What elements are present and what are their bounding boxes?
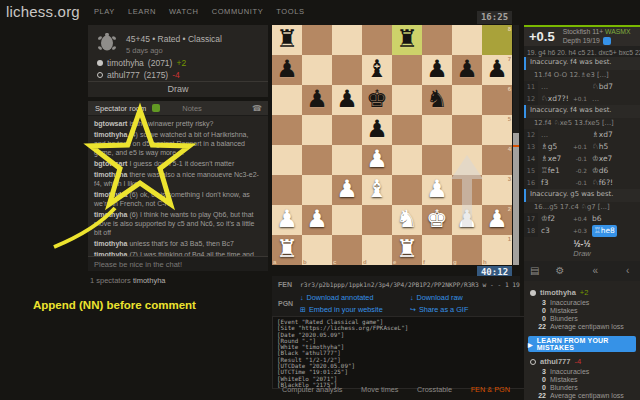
chat-username[interactable]: timothyha [94, 211, 129, 218]
move-list: Inaccuracy. f4 was best.11.f4 O-O 12.♗e3… [524, 57, 640, 237]
engine-tech: WASMX [605, 28, 630, 35]
chat-tabs: Spectator room Notes ☎ [88, 101, 268, 116]
coord-rank-8: 8 [508, 26, 511, 32]
coord-file-b: b [303, 259, 307, 265]
white-rating-diff: +2 [176, 58, 186, 68]
black-move-cell[interactable]: ♘bd7 [589, 81, 640, 93]
pgn-link-download-annotated[interactable]: ↓Download annotated [300, 293, 410, 302]
move-number: 13 [524, 141, 538, 153]
move-eval: +0.3 [573, 225, 587, 237]
black-pawn[interactable]: ♟ [422, 55, 452, 85]
black-move-cell[interactable]: ♘h5 [589, 141, 640, 153]
black-move-cell[interactable]: ♘f6?! [589, 177, 640, 189]
stat-number: 3 [530, 299, 546, 307]
principal-variation[interactable]: 19. g4 h6 20. h4 c5 21. dxc5+ bxc5 22. b… [524, 46, 640, 57]
engine-info: Stockfish 11+ WASMX Depth 19/19 [563, 28, 631, 45]
white-pawn[interactable]: ♟ [272, 205, 302, 235]
black-stat-blunders: 0Blunders [530, 384, 640, 392]
white-move-cell[interactable]: ♖fe1-0.2 [538, 165, 589, 177]
cloud-analysis-icon[interactable] [603, 37, 611, 45]
square-c4[interactable] [332, 145, 362, 175]
black-move-cell[interactable]: ♖he8 [589, 225, 640, 237]
white-pawn[interactable]: ♟ [302, 205, 332, 235]
black-king[interactable]: ♚ [362, 85, 392, 115]
white-move[interactable]: ♘xd7?! [541, 93, 569, 105]
learn-from-mistakes-label: LEARN FROM YOUR MISTAKES [537, 337, 636, 351]
fen-pgn-panel: FEN r3r3/p2b1ppp/1ppk1n2/3p4/3P4/2PB1P2/… [272, 276, 520, 384]
tab-spectator-room[interactable]: Spectator room [95, 104, 146, 113]
square-g3[interactable] [452, 175, 482, 205]
coord-rank-4: 4 [508, 146, 511, 152]
square-g1[interactable]: g [452, 235, 482, 265]
square-g5[interactable] [452, 115, 482, 145]
eval-gauge-white-fill [513, 133, 519, 265]
white-move[interactable]: ♗g5 [541, 141, 557, 153]
move-row: 14♗xe7-0.1♔xe7 [524, 153, 640, 165]
black-pawn[interactable]: ♟ [452, 55, 482, 85]
tab-fen-pgn[interactable]: FEN & PGN [471, 385, 510, 394]
white-move[interactable]: ... [541, 129, 548, 141]
move-eval: -0.1 [576, 153, 587, 165]
move-row: 11...♘bd7 [524, 81, 640, 93]
white-move-cell[interactable]: ♔f2+0.4 [538, 213, 589, 225]
square-h8[interactable]: 8 [482, 25, 512, 55]
skip-first-icon[interactable]: « [592, 261, 598, 281]
square-c1[interactable]: c [332, 235, 362, 265]
square-c7[interactable] [332, 55, 362, 85]
stat-label: Mistakes [550, 376, 640, 384]
move-eval: +0.4 [573, 213, 587, 225]
white-move-cell[interactable]: ... [538, 81, 589, 93]
move-number: 14 [524, 153, 538, 165]
tab-notes[interactable]: Notes [182, 104, 202, 113]
black-pawn[interactable]: ♟ [332, 85, 362, 115]
chat-panel: Spectator room Notes ☎ bgtowsart is the … [88, 101, 268, 271]
black-move-cell[interactable]: b6 [589, 213, 640, 225]
pgn-text[interactable]: [Event "Rated Classical game"][Site "htt… [272, 316, 528, 389]
engine-name: Stockfish 11+ [563, 28, 604, 35]
square-h4[interactable]: 4 [482, 145, 512, 175]
square-a2[interactable]: ♟ [272, 205, 302, 235]
square-e6[interactable] [392, 85, 422, 115]
move-row: 18c3+0.3♖he8 [524, 225, 640, 237]
square-f2[interactable]: ♚ [422, 205, 452, 235]
stat-number: 0 [530, 376, 546, 384]
coord-file-e: e [393, 259, 396, 265]
square-a7[interactable]: ♟ [272, 55, 302, 85]
eval-gauge-zero-mark [513, 145, 519, 147]
chat-message: timothyha unless that's for a3 Ba5, then… [94, 239, 262, 248]
stat-label: Blunders [550, 384, 640, 392]
tab-crosstable[interactable]: Crosstable [417, 385, 452, 394]
pgn-link-embed-in-your-website[interactable]: ⊞Embed in your website [300, 305, 410, 314]
white-player-name: timothyha [107, 58, 144, 68]
stat-label: Mistakes [550, 307, 640, 315]
computer-analysis-summary: timothyha +2 3Inaccuracies0Mistakes0Blun… [524, 281, 640, 400]
nav-item-tools[interactable]: TOOLS [276, 7, 304, 16]
white-rook[interactable]: ♜ [392, 235, 422, 265]
square-a1[interactable]: ♜a [272, 235, 302, 265]
square-f1[interactable]: f [422, 235, 452, 265]
analysis-controls: ▤⚙«‹› [524, 261, 640, 281]
square-d7[interactable]: ♝ [362, 55, 392, 85]
player-white-row[interactable]: timothyha (2071) +2 [97, 58, 186, 68]
square-f3[interactable]: ♟ [422, 175, 452, 205]
eval-gauge [513, 25, 519, 265]
black-move[interactable]: ♘h5 [592, 141, 608, 153]
game-date: 5 days ago [126, 46, 163, 55]
square-h1[interactable]: h1 [482, 235, 512, 265]
chat-username[interactable]: bgtowsart [94, 120, 129, 127]
lichess-analysis-page: lichess.org PLAYLEARNWATCHCOMMUNITYTOOLS… [0, 0, 640, 400]
share-icon: ↪ [410, 306, 416, 313]
coord-rank-7: 7 [508, 56, 511, 62]
square-b3[interactable] [302, 175, 332, 205]
square-g4[interactable] [452, 145, 482, 175]
chat-toggle[interactable] [152, 104, 160, 112]
nav-item-learn[interactable]: LEARN [128, 7, 156, 16]
white-color-icon [530, 290, 536, 296]
result-score: ½-½ [524, 239, 640, 249]
chat-username[interactable]: timothyha [94, 191, 129, 198]
coord-rank-2: 2 [508, 206, 511, 212]
white-move[interactable]: ♗xe7 [541, 153, 561, 165]
square-b1[interactable]: b [302, 235, 332, 265]
spectator-name[interactable]: timothyha [133, 276, 166, 285]
stat-label: Average centipawn loss [550, 392, 640, 400]
black-move[interactable]: b6 [592, 213, 602, 225]
stat-label: Inaccuracies [550, 368, 640, 376]
result-status: Draw [524, 249, 640, 258]
chat-message: bgtowsart is the winawer pretty risky? [94, 119, 262, 128]
square-e4[interactable] [392, 145, 422, 175]
coord-rank-6: 6 [508, 86, 511, 92]
nav-menu: PLAYLEARNWATCHCOMMUNITYTOOLS [94, 7, 305, 16]
time-control-label: 45+45 • Rated • Classical [126, 34, 222, 44]
black-stat-average-centipawn-loss: 22Average centipawn loss [530, 392, 640, 400]
chat-message: timothyha there was also a nice manouevr… [94, 170, 262, 188]
pgn-link-share-as-a-gif[interactable]: ↪Share as a GIF [410, 305, 510, 314]
square-d4[interactable]: ♟ [362, 145, 392, 175]
black-rook[interactable]: ♜ [272, 25, 302, 55]
chat-username[interactable]: bgtowsart [94, 160, 129, 167]
black-knight[interactable]: ♞ [422, 85, 452, 115]
square-c3[interactable]: ♟ [332, 175, 362, 205]
summary-white-diff: +2 [580, 288, 589, 297]
coord-file-c: c [333, 259, 336, 265]
black-move-cell[interactable]: ♗xd7 [589, 129, 640, 141]
move-row: 12♘xd7?!+0.1... [524, 93, 640, 105]
square-a3[interactable] [272, 175, 302, 205]
spectator-list: 1 spectators timothyha [90, 276, 165, 285]
phone-icon[interactable]: ☎ [252, 104, 262, 113]
chess-board: ♜♜8♟♝♟♟♟7♟♟♚♞6♟5♟4♟♝♟3♟♟♞♚♟♟2♜abcd♜efgh1 [272, 25, 512, 265]
white-rook[interactable]: ♜ [272, 235, 302, 265]
white-pawn[interactable]: ♟ [362, 145, 392, 175]
move-eval: +0.1 [573, 141, 587, 153]
chat-message: timothyha (6) ok, c6 is something I don'… [94, 190, 262, 208]
move-number: 17 [524, 213, 538, 225]
square-d6[interactable]: ♚ [362, 85, 392, 115]
square-b2[interactable]: ♟ [302, 205, 332, 235]
move-row: 17♔f2+0.4b6 [524, 213, 640, 225]
spectator-count: 1 spectators [90, 276, 131, 285]
square-e7[interactable] [392, 55, 422, 85]
square-f4[interactable] [422, 145, 452, 175]
black-move[interactable]: ♗xd7 [592, 129, 613, 141]
black-player-name: athul777 [107, 70, 140, 80]
nav-item-watch[interactable]: WATCH [169, 7, 199, 16]
chat-username[interactable]: timothyha [94, 240, 129, 247]
black-move[interactable]: ♔xe7 [592, 153, 612, 165]
settings-gear-icon[interactable]: ⚙ [555, 261, 564, 281]
white-player-rating: (2071) [148, 58, 173, 68]
move-number: 12 [524, 93, 538, 105]
black-move-cell[interactable]: ... [589, 93, 640, 105]
move-number: 11 [524, 81, 538, 93]
summary-black-diff: -4 [574, 357, 581, 366]
move-number: 18 [524, 225, 538, 237]
white-move[interactable]: ♖fe1 [541, 165, 560, 177]
black-color-icon [530, 359, 536, 365]
pgn-links: ↓Download annotated⊞Embed in your websit… [300, 291, 510, 315]
square-e5[interactable] [392, 115, 422, 145]
chat-username[interactable]: timothyha [94, 131, 129, 138]
black-pawn[interactable]: ♟ [272, 55, 302, 85]
white-pawn[interactable]: ♟ [422, 175, 452, 205]
square-a5[interactable] [272, 115, 302, 145]
square-g7[interactable]: ♟ [452, 55, 482, 85]
square-a6[interactable] [272, 85, 302, 115]
square-e8[interactable]: ♜ [392, 25, 422, 55]
square-f7[interactable]: ♟ [422, 55, 452, 85]
game-meta-panel: 45+45 • Rated • Classical 5 days ago tim… [88, 25, 268, 97]
white-stats: 3Inaccuracies0Mistakes0Blunders22Average… [524, 299, 640, 331]
play-icon: ▶ [528, 341, 533, 348]
black-pawn[interactable]: ♟ [302, 85, 332, 115]
coord-file-a: a [273, 259, 276, 265]
square-e2[interactable]: ♞ [392, 205, 422, 235]
coord-rank-5: 5 [508, 116, 511, 122]
stat-number: 0 [530, 384, 546, 392]
black-stats: 3Inaccuracies0Mistakes0Blunders22Average… [524, 368, 640, 400]
judgment-comment: Inaccuracy. f4 was best. [524, 57, 640, 70]
tab-computer-analysis[interactable]: Computer analysis [282, 385, 342, 394]
pgn-label: PGN [278, 300, 293, 307]
square-h3[interactable]: 3 [482, 175, 512, 205]
square-c2[interactable] [332, 205, 362, 235]
engine-eval-box: +0.5 Stockfish 11+ WASMX Depth 19/19 [524, 27, 640, 46]
move-number: 12 [524, 129, 538, 141]
judgment-comment: Inaccuracy. g5 was best. [524, 189, 640, 202]
black-move-cell[interactable]: ♔xe7 [589, 153, 640, 165]
square-e1[interactable]: ♜e [392, 235, 422, 265]
stat-number: 0 [530, 315, 546, 323]
square-g8[interactable] [452, 25, 482, 55]
square-d3[interactable]: ♝ [362, 175, 392, 205]
square-c8[interactable] [332, 25, 362, 55]
summary-white-name[interactable]: timothyha [540, 288, 576, 297]
white-color-icon [97, 60, 103, 66]
classical-turtle-icon [96, 33, 120, 57]
coord-file-d: d [363, 259, 367, 265]
stat-number: 3 [530, 368, 546, 376]
fen-value[interactable]: r3r3/p2b1ppp/1ppk1n2/3p4/3P4/2PB1P2/PP2N… [300, 281, 520, 288]
coord-file-h: h [483, 259, 487, 265]
annotation-text: Append (NN) before comment [33, 299, 196, 311]
black-player-rating: (2175) [144, 70, 169, 80]
chat-username[interactable]: timothyha [94, 171, 129, 178]
nav-item-community[interactable]: COMMUNITY [212, 7, 264, 16]
white-bishop[interactable]: ♝ [362, 175, 392, 205]
variation-line[interactable]: 16...g5 17.c4 ♘g7 [...] [524, 202, 640, 213]
chat-input[interactable] [88, 256, 268, 271]
move-row: 16f3-0.1♘f6?! [524, 177, 640, 189]
variation-line[interactable]: 11.f4 O-O 12.♗e3 [...] [524, 70, 640, 81]
square-b6[interactable]: ♟ [302, 85, 332, 115]
white-move[interactable]: c3 [541, 225, 550, 237]
move-eval: -0.2 [576, 165, 587, 177]
white-stat-blunders: 0Blunders [530, 315, 640, 323]
player-black-row[interactable]: athul777 (2175) -4 [97, 70, 180, 80]
eval-score: +0.5 [529, 29, 555, 44]
square-g6[interactable] [452, 85, 482, 115]
black-move[interactable]: ♖he8 [592, 225, 617, 237]
square-d5[interactable]: ♟ [362, 115, 392, 145]
summary-black-name[interactable]: athul777 [540, 357, 570, 366]
white-move[interactable]: f3 [541, 177, 548, 189]
black-rating-diff: -4 [172, 70, 180, 80]
move-row: 12...♗xd7 [524, 129, 640, 141]
move-eval: +0.1 [573, 93, 587, 105]
white-stat-inaccuracies: 3Inaccuracies [530, 299, 640, 307]
stat-label: Inaccuracies [550, 299, 640, 307]
move-number: 16 [524, 177, 538, 189]
step-back-icon[interactable]: ‹ [626, 261, 629, 281]
white-move-cell[interactable]: ♗xe7-0.1 [538, 153, 589, 165]
tab-move-times[interactable]: Move times [361, 385, 398, 394]
white-knight[interactable]: ♞ [392, 205, 422, 235]
white-move-cell[interactable]: ... [538, 129, 589, 141]
chat-message: timothyha (6) I think he wants to play Q… [94, 210, 262, 237]
learn-from-mistakes-button[interactable]: ▶ LEARN FROM YOUR MISTAKES [528, 336, 636, 352]
square-h6[interactable]: 6 [482, 85, 512, 115]
square-c5[interactable] [332, 115, 362, 145]
black-color-icon [97, 72, 103, 78]
fen-label: FEN [278, 281, 292, 288]
square-f8[interactable] [422, 25, 452, 55]
chat-message-list: bgtowsart is the winawer pretty risky?ti… [88, 116, 268, 256]
stat-label: Blunders [550, 315, 640, 323]
coord-rank-3: 3 [508, 176, 511, 182]
square-a4[interactable] [272, 145, 302, 175]
white-move-cell[interactable]: ♘xd7?!+0.1 [538, 93, 589, 105]
chat-message: bgtowsart I guess down 5-1 it doesn't ma… [94, 159, 262, 168]
analysis-panel: +0.5 Stockfish 11+ WASMX Depth 19/19 19.… [524, 25, 640, 400]
black-clock: 16:25 [477, 11, 512, 24]
square-b7[interactable] [302, 55, 332, 85]
judgment-comment: Inaccuracy. f4 was best. [524, 105, 640, 118]
stat-number: 22 [530, 323, 546, 331]
black-move[interactable]: ♘bd7 [592, 81, 613, 93]
square-d1[interactable]: d [362, 235, 392, 265]
square-b4[interactable] [302, 145, 332, 175]
white-move-cell[interactable]: ♗g5+0.1 [538, 141, 589, 153]
black-bishop[interactable]: ♝ [362, 55, 392, 85]
black-stat-inaccuracies: 3Inaccuracies [530, 368, 640, 376]
lichess-logo[interactable]: lichess.org [6, 3, 80, 20]
chat-message: timothyha (4) so we watched a bit of Har… [94, 130, 262, 157]
bottom-tabs: Computer analysisMove timesCrosstableFEN… [272, 385, 520, 394]
square-h7[interactable]: ♟7 [482, 55, 512, 85]
white-move-cell[interactable]: c3+0.3 [538, 225, 589, 237]
coord-rank-1: 1 [508, 236, 511, 242]
square-h5[interactable]: 5 [482, 115, 512, 145]
square-d8[interactable] [362, 25, 392, 55]
embed-icon: ⊞ [300, 306, 306, 313]
menu-icon[interactable]: ▤ [530, 261, 539, 281]
coord-file-f: f [423, 259, 425, 265]
white-pawn[interactable]: ♟ [452, 205, 482, 235]
square-a8[interactable]: ♜ [272, 25, 302, 55]
square-c6[interactable]: ♟ [332, 85, 362, 115]
coord-file-g: g [453, 259, 457, 265]
square-g2[interactable]: ♟ [452, 205, 482, 235]
download-icon: ↓ [410, 294, 414, 301]
black-stat-mistakes: 0Mistakes [530, 376, 640, 384]
square-f5[interactable] [422, 115, 452, 145]
summary-white-header: timothyha +2 [530, 288, 640, 297]
square-f6[interactable]: ♞ [422, 85, 452, 115]
stat-number: 22 [530, 392, 546, 400]
black-move[interactable]: ♘f6?! [592, 177, 613, 189]
white-move[interactable]: ... [541, 81, 548, 93]
black-move[interactable]: ♔d6 [592, 165, 608, 177]
move-row: 15♖fe1-0.2♔d6 [524, 165, 640, 177]
nav-item-play[interactable]: PLAY [94, 7, 115, 16]
white-stat-average-centipawn-loss: 22Average centipawn loss [530, 323, 640, 331]
variation-line[interactable]: 12.f4 ♘xe5 13.fxe5 [...] [524, 118, 640, 129]
square-b8[interactable] [302, 25, 332, 55]
result-block: ½-½ Draw [524, 237, 640, 259]
square-e3[interactable] [392, 175, 422, 205]
black-move-cell[interactable]: ♔d6 [589, 165, 640, 177]
game-result-label: Draw [88, 81, 268, 97]
pgn-link-download-raw[interactable]: ↓Download raw [410, 293, 510, 302]
white-pawn[interactable]: ♟ [332, 175, 362, 205]
summary-black-header: athul777 -4 [530, 357, 640, 366]
move-eval: -0.1 [576, 177, 587, 189]
square-h2[interactable]: ♟2 [482, 205, 512, 235]
stat-number: 0 [530, 307, 546, 315]
black-move[interactable]: ... [592, 93, 599, 105]
white-move-cell[interactable]: f3-0.1 [538, 177, 589, 189]
engine-depth: Depth 19/19 [563, 37, 600, 46]
black-pawn[interactable]: ♟ [362, 115, 392, 145]
white-king[interactable]: ♚ [422, 205, 452, 235]
move-number: 15 [524, 165, 538, 177]
square-d2[interactable] [362, 205, 392, 235]
top-navbar: lichess.org PLAYLEARNWATCHCOMMUNITYTOOLS [0, 0, 640, 22]
black-rook[interactable]: ♜ [392, 25, 422, 55]
move-row: 13♗g5+0.1♘h5 [524, 141, 640, 153]
white-stat-mistakes: 0Mistakes [530, 307, 640, 315]
download-icon: ↓ [300, 294, 304, 301]
white-move[interactable]: ♔f2 [541, 213, 555, 225]
square-b5[interactable] [302, 115, 332, 145]
stat-label: Average centipawn loss [550, 323, 640, 331]
